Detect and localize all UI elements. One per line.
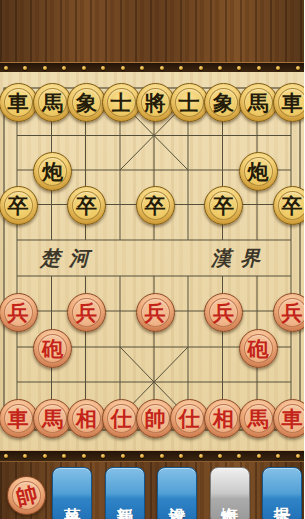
piece-glyph: 炮 bbox=[42, 161, 63, 182]
piece-black-chariot[interactable]: 車 bbox=[273, 83, 305, 122]
piece-black-soldier[interactable]: 卒 bbox=[136, 186, 175, 225]
nail-icon bbox=[101, 454, 105, 458]
piece-glyph: 相 bbox=[213, 408, 234, 429]
piece-black-general[interactable]: 將 bbox=[136, 83, 175, 122]
piece-glyph: 帥 bbox=[145, 408, 166, 429]
piece-black-cannon[interactable]: 炮 bbox=[33, 152, 72, 191]
button-label: 菜单 bbox=[61, 493, 84, 499]
piece-red-advisor[interactable]: 仕 bbox=[170, 399, 209, 438]
nail-icon bbox=[23, 454, 27, 458]
button-label: 新局 bbox=[113, 493, 136, 499]
piece-glyph: 卒 bbox=[213, 195, 234, 216]
piece-glyph: 砲 bbox=[248, 338, 269, 359]
nail-icon bbox=[121, 66, 125, 70]
piece-glyph: 馬 bbox=[42, 92, 63, 113]
piece-red-chariot[interactable]: 車 bbox=[273, 399, 305, 438]
nail-icon bbox=[101, 66, 105, 70]
nail-icon bbox=[62, 454, 66, 458]
piece-black-soldier[interactable]: 卒 bbox=[67, 186, 106, 225]
piece-glyph: 士 bbox=[111, 92, 132, 113]
nail-icon bbox=[43, 454, 47, 458]
piece-glyph: 炮 bbox=[248, 161, 269, 182]
nail-icon bbox=[4, 66, 8, 70]
nail-icon bbox=[237, 454, 241, 458]
piece-red-soldier[interactable]: 兵 bbox=[67, 293, 106, 332]
nail-icon bbox=[179, 66, 183, 70]
piece-glyph: 相 bbox=[76, 408, 97, 429]
piece-black-elephant[interactable]: 象 bbox=[67, 83, 106, 122]
piece-red-soldier[interactable]: 兵 bbox=[204, 293, 243, 332]
piece-black-horse[interactable]: 馬 bbox=[239, 83, 278, 122]
piece-glyph: 兵 bbox=[145, 302, 166, 323]
piece-red-cannon[interactable]: 砲 bbox=[33, 329, 72, 368]
piece-glyph: 馬 bbox=[248, 408, 269, 429]
river-label-chu: 楚河 bbox=[40, 244, 98, 272]
nail-icon bbox=[23, 66, 27, 70]
piece-black-advisor[interactable]: 士 bbox=[102, 83, 141, 122]
button-label: 悔棋 bbox=[218, 493, 241, 499]
piece-black-chariot[interactable]: 車 bbox=[0, 83, 38, 122]
button-label: 提示 bbox=[271, 493, 294, 499]
nail-icon bbox=[296, 66, 300, 70]
button-hint[interactable]: 提示 bbox=[262, 467, 302, 519]
piece-red-elephant[interactable]: 相 bbox=[204, 399, 243, 438]
button-settings[interactable]: 设置 bbox=[157, 467, 197, 519]
nail-icon bbox=[257, 454, 261, 458]
board-nail-strip-bottom bbox=[0, 450, 304, 462]
piece-glyph: 兵 bbox=[76, 302, 97, 323]
piece-glyph: 仕 bbox=[111, 408, 132, 429]
nail-icon bbox=[179, 454, 183, 458]
piece-glyph: 砲 bbox=[42, 338, 63, 359]
nail-icon bbox=[121, 454, 125, 458]
piece-glyph: 馬 bbox=[248, 92, 269, 113]
piece-red-chariot[interactable]: 車 bbox=[0, 399, 38, 438]
piece-red-soldier[interactable]: 兵 bbox=[136, 293, 175, 332]
nail-icon bbox=[82, 66, 86, 70]
button-menu[interactable]: 菜单 bbox=[52, 467, 92, 519]
nail-icon bbox=[160, 66, 164, 70]
piece-red-elephant[interactable]: 相 bbox=[67, 399, 106, 438]
button-undo[interactable]: 悔棋 bbox=[210, 467, 250, 519]
nail-icon bbox=[140, 454, 144, 458]
piece-glyph: 仕 bbox=[179, 408, 200, 429]
toolbar-buttons: 菜单新局设置悔棋提示 bbox=[52, 467, 302, 519]
xiangqi-board[interactable]: 楚河 漢界 車馬象士將士象馬車炮炮卒卒卒卒卒兵兵兵兵兵砲砲車馬相仕帥仕相馬車 bbox=[0, 72, 304, 450]
nail-icon bbox=[4, 454, 8, 458]
nail-icon bbox=[218, 454, 222, 458]
button-new-game[interactable]: 新局 bbox=[105, 467, 145, 519]
river-label-han: 漢界 bbox=[211, 244, 269, 272]
piece-glyph: 象 bbox=[213, 92, 234, 113]
piece-glyph: 卒 bbox=[282, 195, 303, 216]
nail-icon bbox=[237, 66, 241, 70]
nail-icon bbox=[140, 66, 144, 70]
piece-glyph: 車 bbox=[8, 92, 29, 113]
piece-glyph: 卒 bbox=[8, 195, 29, 216]
turn-indicator-glyph: 帥 bbox=[13, 482, 38, 507]
piece-black-soldier[interactable]: 卒 bbox=[0, 186, 38, 225]
board-nail-strip-top bbox=[0, 62, 304, 72]
nail-icon bbox=[199, 454, 203, 458]
piece-black-cannon[interactable]: 炮 bbox=[239, 152, 278, 191]
piece-glyph: 車 bbox=[8, 408, 29, 429]
piece-red-advisor[interactable]: 仕 bbox=[102, 399, 141, 438]
nail-icon bbox=[43, 66, 47, 70]
piece-red-soldier[interactable]: 兵 bbox=[0, 293, 38, 332]
nail-icon bbox=[82, 454, 86, 458]
xiangqi-app: 楚河 漢界 車馬象士將士象馬車炮炮卒卒卒卒卒兵兵兵兵兵砲砲車馬相仕帥仕相馬車 帥… bbox=[0, 0, 304, 519]
nail-icon bbox=[62, 66, 66, 70]
turn-indicator-piece[interactable]: 帥 bbox=[7, 476, 46, 515]
piece-glyph: 車 bbox=[282, 408, 303, 429]
nail-icon bbox=[257, 66, 261, 70]
piece-black-elephant[interactable]: 象 bbox=[204, 83, 243, 122]
piece-red-horse[interactable]: 馬 bbox=[239, 399, 278, 438]
piece-black-advisor[interactable]: 士 bbox=[170, 83, 209, 122]
piece-glyph: 馬 bbox=[42, 408, 63, 429]
piece-black-soldier[interactable]: 卒 bbox=[204, 186, 243, 225]
nail-icon bbox=[218, 66, 222, 70]
piece-glyph: 士 bbox=[179, 92, 200, 113]
piece-glyph: 卒 bbox=[145, 195, 166, 216]
piece-red-cannon[interactable]: 砲 bbox=[239, 329, 278, 368]
nail-icon bbox=[199, 66, 203, 70]
nail-icon bbox=[160, 454, 164, 458]
piece-glyph: 兵 bbox=[282, 302, 303, 323]
nail-icon bbox=[296, 454, 300, 458]
piece-glyph: 兵 bbox=[8, 302, 29, 323]
piece-red-soldier[interactable]: 兵 bbox=[273, 293, 305, 332]
piece-glyph: 兵 bbox=[213, 302, 234, 323]
piece-red-general[interactable]: 帥 bbox=[136, 399, 175, 438]
nail-icon bbox=[276, 454, 280, 458]
piece-glyph: 卒 bbox=[76, 195, 97, 216]
button-label: 设置 bbox=[166, 493, 189, 499]
nail-icon bbox=[276, 66, 280, 70]
piece-glyph: 車 bbox=[282, 92, 303, 113]
piece-glyph: 將 bbox=[145, 92, 166, 113]
piece-glyph: 象 bbox=[76, 92, 97, 113]
